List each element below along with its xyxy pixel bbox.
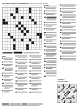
clue-column-bottom-3 — [30, 56, 42, 95]
clue-item — [2, 83, 13, 84]
clue-item — [60, 41, 76, 42]
clue-item — [60, 51, 76, 55]
clue-item — [30, 92, 42, 93]
previous-solution-grid — [58, 84, 77, 103]
clue-item — [44, 24, 57, 26]
clue-item — [44, 46, 57, 48]
clue-item — [2, 58, 13, 60]
clue-item — [44, 28, 57, 30]
clue-item — [44, 67, 57, 69]
clue-item — [30, 70, 42, 71]
clue-item — [44, 61, 57, 63]
grid-cell — [75, 102, 76, 103]
clue-item — [60, 43, 76, 45]
puzzle-title-band — [3, 52, 40, 54]
clue-item — [60, 11, 76, 13]
clue-item — [16, 88, 28, 90]
clue-item — [16, 62, 28, 64]
clue-item — [44, 17, 57, 21]
clue-item — [60, 8, 76, 9]
footer-line-2 — [2, 105, 40, 106]
puzzle-name-text-bold — [14, 52, 23, 54]
clue-item — [60, 26, 76, 28]
clue-item — [44, 34, 57, 38]
clue-item — [60, 14, 76, 18]
clue-item — [60, 29, 76, 30]
clue-item — [44, 43, 57, 44]
clue-item — [44, 7, 57, 9]
clue-item — [16, 73, 28, 75]
clue-item — [30, 56, 42, 58]
clue-item — [60, 47, 76, 49]
clue-item — [16, 56, 28, 58]
clue-column-bottom-2 — [16, 56, 28, 95]
answer-box-header: ANSWER TO PREVIOUS PUZZLE — [58, 79, 69, 82]
clue-item — [60, 22, 76, 24]
clue-item — [44, 71, 57, 75]
page-footer — [2, 104, 55, 106]
clue-item — [16, 59, 28, 60]
clue-item — [44, 22, 57, 23]
clue-column-across: Across — [44, 5, 57, 79]
clue-item — [60, 56, 76, 57]
clue-item — [16, 92, 28, 93]
clue-item — [16, 80, 28, 81]
answer-box-header-line2: PREVIOUS PUZZLE — [58, 81, 69, 82]
clue-column-down: Down — [2, 56, 13, 94]
clue-item — [2, 90, 13, 92]
clue-item — [44, 58, 57, 59]
clue-item — [60, 37, 76, 39]
clue-item — [16, 77, 28, 79]
clue-item — [16, 83, 28, 87]
clue-item — [60, 58, 76, 60]
clue-item — [2, 73, 13, 74]
clue-item — [44, 53, 57, 57]
clue-item — [2, 61, 13, 62]
clue-item — [30, 83, 42, 87]
clue-item — [60, 5, 76, 7]
clue-item — [30, 65, 42, 69]
clue-item — [44, 39, 57, 41]
clue-item — [60, 32, 76, 36]
page-title: The WSJ Daily Crossword — [2, 2, 28, 5]
clue-item — [30, 59, 42, 60]
grid-cell[interactable] — [39, 47, 41, 50]
clue-item — [30, 77, 42, 79]
clue-item — [30, 88, 42, 90]
crossword-grid — [3, 8, 43, 51]
puzzle-author-text — [24, 52, 40, 53]
clue-item — [44, 13, 57, 15]
clue-item — [2, 64, 13, 66]
clue-item — [30, 73, 42, 75]
clue-column-right — [60, 5, 76, 62]
clue-item — [2, 79, 13, 81]
puzzle-name-text — [3, 52, 13, 54]
footer-line-1 — [2, 104, 55, 105]
crossword-page: The WSJ Daily CrosswordEdited by Mike Sh… — [0, 0, 80, 109]
clue-item — [30, 80, 42, 81]
clue-item — [60, 19, 76, 20]
clue-item — [44, 76, 57, 77]
clue-item — [2, 75, 13, 77]
clue-item — [44, 32, 57, 33]
clue-item — [16, 65, 28, 69]
clue-item — [44, 49, 57, 51]
clue-item — [44, 10, 57, 11]
clue-item — [16, 70, 28, 71]
clue-item — [2, 68, 13, 72]
clue-item — [30, 62, 42, 64]
clue-item — [44, 64, 57, 65]
clue-item — [2, 85, 13, 89]
